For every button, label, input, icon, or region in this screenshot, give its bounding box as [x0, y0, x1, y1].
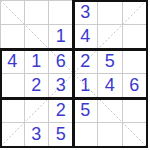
cell-r4c5[interactable]: 4 [98, 74, 123, 99]
cell-r4c4[interactable]: 1 [74, 74, 99, 99]
cell-r3c6[interactable] [123, 49, 148, 74]
cell-r6c4[interactable] [74, 123, 99, 148]
cell-r4c6[interactable]: 6 [123, 74, 148, 99]
cell-r3c4[interactable]: 2 [74, 49, 99, 74]
cell-r4c2[interactable]: 2 [25, 74, 50, 99]
cell-r2c2[interactable] [25, 25, 50, 50]
cell-r5c1[interactable] [0, 98, 25, 123]
cell-r4c3[interactable]: 3 [49, 74, 74, 99]
cell-r1c1[interactable] [0, 0, 25, 25]
outer-border-bottom [0, 146, 148, 148]
outer-border-right [146, 0, 148, 148]
cell-r1c3[interactable] [49, 0, 74, 25]
sudoku-board: 31441625231462535 [0, 0, 150, 150]
cell-r1c6[interactable] [123, 0, 148, 25]
cell-r5c2[interactable] [25, 98, 50, 123]
cell-r4c1[interactable] [0, 74, 25, 99]
cell-r2c4[interactable]: 4 [74, 25, 99, 50]
cell-r6c1[interactable] [0, 123, 25, 148]
cell-r6c5[interactable] [98, 123, 123, 148]
outer-border-top-right-half [72, 0, 148, 2]
cell-r3c1[interactable]: 4 [0, 49, 25, 74]
cell-r3c3[interactable]: 6 [49, 49, 74, 74]
cell-r5c3[interactable]: 2 [49, 98, 74, 123]
cell-r3c5[interactable]: 5 [98, 49, 123, 74]
box-divider-horizontal-1 [0, 48, 148, 51]
cell-r5c5[interactable] [98, 98, 123, 123]
outer-border-left-lower [0, 48, 2, 148]
box-divider-horizontal-2 [0, 97, 148, 100]
cell-r5c4[interactable]: 5 [74, 98, 99, 123]
cell-r3c2[interactable]: 1 [25, 49, 50, 74]
cell-r2c1[interactable] [0, 25, 25, 50]
cell-r5c6[interactable] [123, 98, 148, 123]
cell-r6c6[interactable] [123, 123, 148, 148]
box-divider-vertical [72, 0, 75, 148]
cell-r1c4[interactable]: 3 [74, 0, 99, 25]
cell-r2c6[interactable] [123, 25, 148, 50]
cell-r1c5[interactable] [98, 0, 123, 25]
cell-r6c3[interactable]: 5 [49, 123, 74, 148]
cell-r6c2[interactable]: 3 [25, 123, 50, 148]
cell-r2c5[interactable] [98, 25, 123, 50]
cell-r2c3[interactable]: 1 [49, 25, 74, 50]
cell-r1c2[interactable] [25, 0, 50, 25]
